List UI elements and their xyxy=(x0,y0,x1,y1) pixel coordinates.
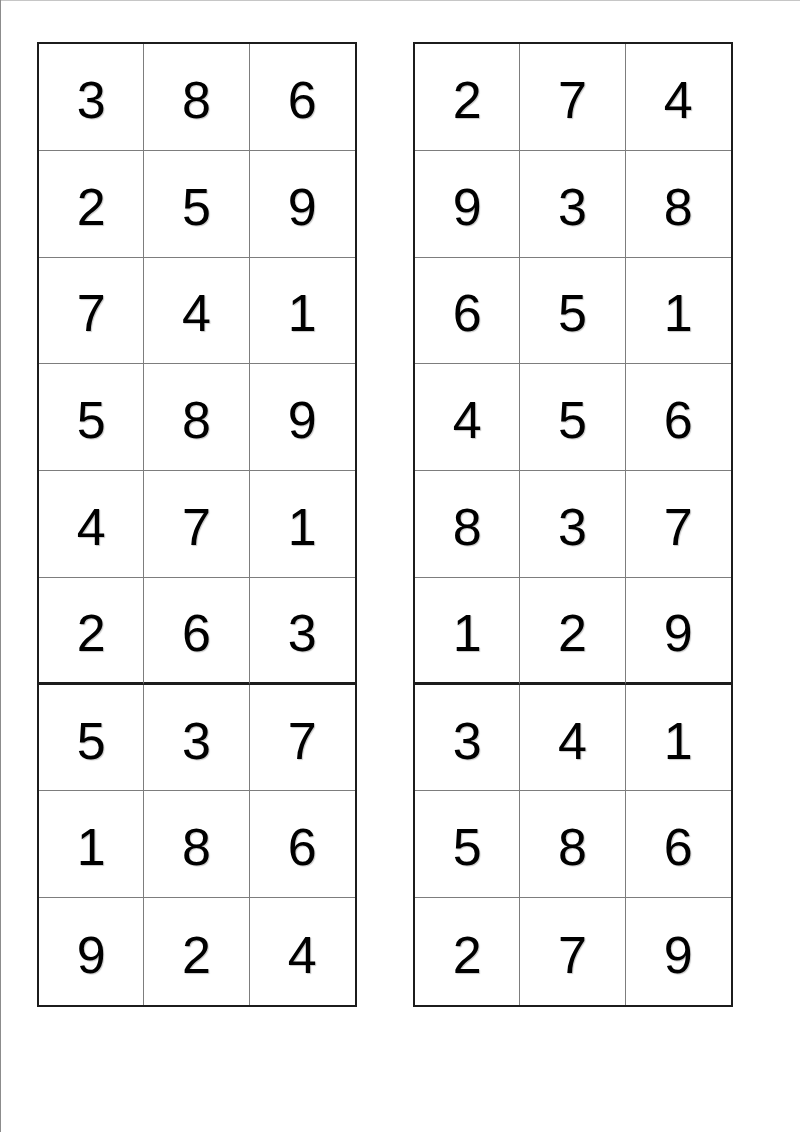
cell-left-r4c2: 8 xyxy=(144,364,249,471)
cell-right-r4c3: 6 xyxy=(626,364,731,471)
cell-right-r7c1: 3 xyxy=(415,685,520,792)
cell-right-r3c1: 6 xyxy=(415,258,520,365)
cell-left-r1c1: 3 xyxy=(39,44,144,151)
cell-left-r5c2: 7 xyxy=(144,471,249,578)
cell-right-r1c3: 4 xyxy=(626,44,731,151)
page-top-edge-line xyxy=(0,0,800,1)
number-grid-left: 386259741589471263537186924 xyxy=(37,42,357,1007)
cell-right-r6c1: 1 xyxy=(415,578,520,685)
cell-right-r3c3: 1 xyxy=(626,258,731,365)
cell-right-r1c2: 7 xyxy=(520,44,625,151)
cell-right-r9c1: 2 xyxy=(415,898,520,1005)
cell-right-r5c2: 3 xyxy=(520,471,625,578)
cell-left-r5c3: 1 xyxy=(250,471,355,578)
cell-right-r4c2: 5 xyxy=(520,364,625,471)
cell-left-r3c2: 4 xyxy=(144,258,249,365)
cell-right-r2c1: 9 xyxy=(415,151,520,258)
cell-right-r8c1: 5 xyxy=(415,791,520,898)
cell-right-r8c2: 8 xyxy=(520,791,625,898)
cell-left-r6c1: 2 xyxy=(39,578,144,685)
cell-right-r3c2: 5 xyxy=(520,258,625,365)
cell-right-r8c3: 6 xyxy=(626,791,731,898)
cell-right-r5c3: 7 xyxy=(626,471,731,578)
cell-left-r5c1: 4 xyxy=(39,471,144,578)
worksheet-page: 386259741589471263537186924 274938651456… xyxy=(0,0,800,1132)
cell-left-r2c3: 9 xyxy=(250,151,355,258)
cell-left-r9c2: 2 xyxy=(144,898,249,1005)
number-grid-right: 274938651456837129341586279 xyxy=(413,42,733,1007)
cell-right-r1c1: 2 xyxy=(415,44,520,151)
cell-right-r5c1: 8 xyxy=(415,471,520,578)
cell-left-r1c2: 8 xyxy=(144,44,249,151)
cell-left-r8c3: 6 xyxy=(250,791,355,898)
cell-right-r4c1: 4 xyxy=(415,364,520,471)
cell-left-r6c3: 3 xyxy=(250,578,355,685)
cell-right-r2c2: 3 xyxy=(520,151,625,258)
cell-left-r7c1: 5 xyxy=(39,685,144,792)
cell-left-r3c1: 7 xyxy=(39,258,144,365)
cell-left-r4c3: 9 xyxy=(250,364,355,471)
cell-left-r7c2: 3 xyxy=(144,685,249,792)
cell-right-r9c2: 7 xyxy=(520,898,625,1005)
cell-left-r3c3: 1 xyxy=(250,258,355,365)
cell-right-r6c2: 2 xyxy=(520,578,625,685)
cell-right-r9c3: 9 xyxy=(626,898,731,1005)
cell-left-r8c1: 1 xyxy=(39,791,144,898)
cell-right-r2c3: 8 xyxy=(626,151,731,258)
cell-left-r1c3: 6 xyxy=(250,44,355,151)
cell-left-r7c3: 7 xyxy=(250,685,355,792)
cell-left-r6c2: 6 xyxy=(144,578,249,685)
cell-left-r8c2: 8 xyxy=(144,791,249,898)
page-left-edge-line xyxy=(0,0,1,1132)
cell-left-r9c3: 4 xyxy=(250,898,355,1005)
cell-left-r2c2: 5 xyxy=(144,151,249,258)
cell-left-r9c1: 9 xyxy=(39,898,144,1005)
cell-right-r6c3: 9 xyxy=(626,578,731,685)
cell-right-r7c3: 1 xyxy=(626,685,731,792)
cell-left-r4c1: 5 xyxy=(39,364,144,471)
cell-right-r7c2: 4 xyxy=(520,685,625,792)
cell-left-r2c1: 2 xyxy=(39,151,144,258)
